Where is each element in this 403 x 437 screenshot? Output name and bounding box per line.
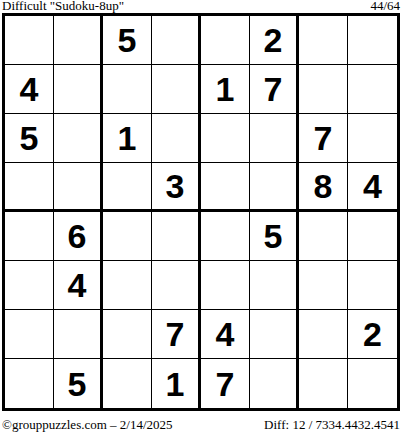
cell-r7c1-empty[interactable] [5, 310, 54, 359]
footer: ©grouppuzzles.com – 2/14/2025 Diff: 12 /… [2, 417, 400, 433]
cell-r2c2-empty[interactable] [54, 65, 103, 114]
cell-r7c6-empty[interactable] [250, 310, 299, 359]
cell-r4c1-empty[interactable] [5, 163, 54, 212]
cell-r6c4-empty[interactable] [152, 261, 201, 310]
cell-r5c4-empty[interactable] [152, 212, 201, 261]
difficulty-text: Diff: 12 / 7334.4432.4541 [264, 417, 400, 433]
puzzle-page: Difficult "Sudoku-8up" 44/64 52417517384… [0, 0, 403, 437]
cell-r3c2-empty[interactable] [54, 114, 103, 163]
copyright-text: ©grouppuzzles.com – 2/14/2025 [2, 417, 173, 433]
cell-r2c1-given[interactable]: 4 [5, 65, 54, 114]
cell-r3c3-given[interactable]: 1 [103, 114, 152, 163]
cell-r6c3-empty[interactable] [103, 261, 152, 310]
cell-r2c6-given[interactable]: 7 [250, 65, 299, 114]
cell-r1c7-empty[interactable] [299, 16, 348, 65]
cell-r7c8-given[interactable]: 2 [348, 310, 397, 359]
cell-r5c5-empty[interactable] [201, 212, 250, 261]
cell-r4c7-given[interactable]: 8 [299, 163, 348, 212]
cell-r1c3-given[interactable]: 5 [103, 16, 152, 65]
cell-r3c1-given[interactable]: 5 [5, 114, 54, 163]
cell-r6c8-empty[interactable] [348, 261, 397, 310]
cell-r7c2-empty[interactable] [54, 310, 103, 359]
cell-r6c1-empty[interactable] [5, 261, 54, 310]
cell-r8c8-empty[interactable] [348, 359, 397, 408]
sudoku-board: 52417517384654742517 [2, 13, 400, 411]
cell-r7c3-empty[interactable] [103, 310, 152, 359]
puzzle-title: Difficult "Sudoku-8up" [2, 0, 124, 14]
header: Difficult "Sudoku-8up" 44/64 [2, 0, 400, 14]
cell-r4c8-given[interactable]: 4 [348, 163, 397, 212]
cell-r8c7-empty[interactable] [299, 359, 348, 408]
cell-r6c5-empty[interactable] [201, 261, 250, 310]
cell-r8c2-given[interactable]: 5 [54, 359, 103, 408]
cell-r3c6-empty[interactable] [250, 114, 299, 163]
cell-r5c8-empty[interactable] [348, 212, 397, 261]
cell-r2c5-given[interactable]: 1 [201, 65, 250, 114]
cell-r2c3-empty[interactable] [103, 65, 152, 114]
cell-r6c6-empty[interactable] [250, 261, 299, 310]
cell-r3c4-empty[interactable] [152, 114, 201, 163]
cell-r2c8-empty[interactable] [348, 65, 397, 114]
cell-r1c8-empty[interactable] [348, 16, 397, 65]
cell-r8c5-given[interactable]: 7 [201, 359, 250, 408]
cell-r2c7-empty[interactable] [299, 65, 348, 114]
cell-r3c8-empty[interactable] [348, 114, 397, 163]
cell-r5c1-empty[interactable] [5, 212, 54, 261]
cell-r3c5-empty[interactable] [201, 114, 250, 163]
cell-r5c3-empty[interactable] [103, 212, 152, 261]
cell-r6c2-given[interactable]: 4 [54, 261, 103, 310]
cell-r1c1-empty[interactable] [5, 16, 54, 65]
cell-r5c2-given[interactable]: 6 [54, 212, 103, 261]
cell-r4c6-empty[interactable] [250, 163, 299, 212]
cell-r7c4-given[interactable]: 7 [152, 310, 201, 359]
cell-r4c5-empty[interactable] [201, 163, 250, 212]
cell-r7c7-empty[interactable] [299, 310, 348, 359]
cell-r2c4-empty[interactable] [152, 65, 201, 114]
cell-r1c4-empty[interactable] [152, 16, 201, 65]
cell-r1c2-empty[interactable] [54, 16, 103, 65]
cell-r6c7-empty[interactable] [299, 261, 348, 310]
cell-r8c6-empty[interactable] [250, 359, 299, 408]
cell-r4c4-given[interactable]: 3 [152, 163, 201, 212]
cell-r1c6-given[interactable]: 2 [250, 16, 299, 65]
cell-r8c4-given[interactable]: 1 [152, 359, 201, 408]
cell-r8c3-empty[interactable] [103, 359, 152, 408]
cell-r5c6-given[interactable]: 5 [250, 212, 299, 261]
cell-r3c7-given[interactable]: 7 [299, 114, 348, 163]
cell-r4c3-empty[interactable] [103, 163, 152, 212]
cell-r1c5-empty[interactable] [201, 16, 250, 65]
puzzle-counter: 44/64 [370, 0, 400, 14]
cell-r7c5-given[interactable]: 4 [201, 310, 250, 359]
cell-r5c7-empty[interactable] [299, 212, 348, 261]
cell-r8c1-empty[interactable] [5, 359, 54, 408]
cell-r4c2-empty[interactable] [54, 163, 103, 212]
